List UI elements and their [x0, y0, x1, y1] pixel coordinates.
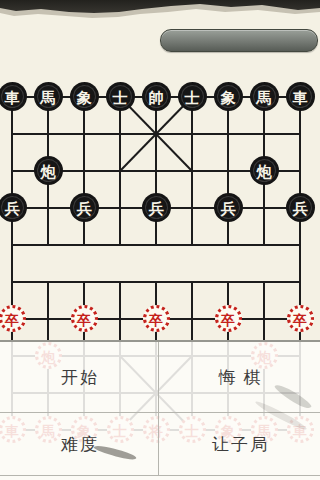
board-cell-3-0[interactable]: 兵: [0, 189, 30, 226]
red-piece-卒[interactable]: 卒: [71, 305, 98, 332]
black-piece-兵[interactable]: 兵: [286, 193, 315, 222]
board-cell-4-3[interactable]: [102, 226, 138, 263]
black-piece-象[interactable]: 象: [70, 82, 99, 111]
board-cell-5-6[interactable]: [210, 263, 246, 300]
board-cell-1-5[interactable]: [174, 115, 210, 152]
board-cell-5-2[interactable]: [66, 263, 102, 300]
piece-label: 馬: [257, 90, 272, 105]
start-button[interactable]: 开始: [0, 342, 158, 412]
piece-label: 象: [77, 90, 92, 105]
board-cell-3-3[interactable]: [102, 189, 138, 226]
board-cell-4-8[interactable]: [282, 226, 318, 263]
piece-label: 兵: [293, 201, 308, 216]
board-cell-2-3[interactable]: [102, 152, 138, 189]
board-cell-1-3[interactable]: [102, 115, 138, 152]
board-cell-0-8[interactable]: 車: [282, 78, 318, 115]
board-cell-1-0[interactable]: [0, 115, 30, 152]
piece-label: 卒: [5, 312, 19, 326]
board-cell-5-3[interactable]: [102, 263, 138, 300]
board-cell-4-0[interactable]: [0, 226, 30, 263]
board-cell-3-8[interactable]: 兵: [282, 189, 318, 226]
black-piece-炮[interactable]: 炮: [34, 156, 63, 185]
board-cell-1-7[interactable]: [246, 115, 282, 152]
board-cell-1-4[interactable]: [138, 115, 174, 152]
black-piece-兵[interactable]: 兵: [70, 193, 99, 222]
board-cell-0-2[interactable]: 象: [66, 78, 102, 115]
board-cell-2-5[interactable]: [174, 152, 210, 189]
board-cell-6-7[interactable]: [246, 300, 282, 337]
piece-label: 士: [113, 90, 128, 105]
black-piece-兵[interactable]: 兵: [214, 193, 243, 222]
board-cell-6-6[interactable]: 卒: [210, 300, 246, 337]
board-cell-0-4[interactable]: 帥: [138, 78, 174, 115]
piece-label: 卒: [77, 312, 91, 326]
board-cell-6-0[interactable]: 卒: [0, 300, 30, 337]
board-cell-2-6[interactable]: [210, 152, 246, 189]
board-cell-4-5[interactable]: [174, 226, 210, 263]
piece-label: 士: [185, 90, 200, 105]
start-button-label: 开始: [61, 366, 99, 389]
board-cell-3-4[interactable]: 兵: [138, 189, 174, 226]
piece-label: 象: [221, 90, 236, 105]
board-cell-5-8[interactable]: [282, 263, 318, 300]
black-piece-炮[interactable]: 炮: [250, 156, 279, 185]
handicap-game-button-label: 让子局: [212, 433, 269, 456]
difficulty-button[interactable]: 难度: [0, 413, 158, 475]
board-cell-2-7[interactable]: 炮: [246, 152, 282, 189]
board-cell-4-2[interactable]: [66, 226, 102, 263]
black-piece-兵[interactable]: 兵: [142, 193, 171, 222]
piece-label: 卒: [149, 312, 163, 326]
board-cell-6-2[interactable]: 卒: [66, 300, 102, 337]
board-cell-5-4[interactable]: [138, 263, 174, 300]
board-cell-5-5[interactable]: [174, 263, 210, 300]
piece-label: 炮: [257, 164, 272, 179]
red-piece-卒[interactable]: 卒: [287, 305, 314, 332]
board-cell-5-7[interactable]: [246, 263, 282, 300]
board-cell-6-1[interactable]: [30, 300, 66, 337]
board-cell-6-4[interactable]: 卒: [138, 300, 174, 337]
piece-label: 車: [293, 90, 308, 105]
difficulty-button-label: 难度: [61, 433, 99, 456]
board-cell-6-3[interactable]: [102, 300, 138, 337]
board-cell-6-5[interactable]: [174, 300, 210, 337]
board-cell-6-8[interactable]: 卒: [282, 300, 318, 337]
board-cell-0-0[interactable]: 車: [0, 78, 30, 115]
board-cell-4-6[interactable]: [210, 226, 246, 263]
board-cell-1-6[interactable]: [210, 115, 246, 152]
black-piece-馬[interactable]: 馬: [34, 82, 63, 111]
black-piece-帥[interactable]: 帥: [142, 82, 171, 111]
board-cell-0-6[interactable]: 象: [210, 78, 246, 115]
board-cell-3-6[interactable]: 兵: [210, 189, 246, 226]
piece-label: 兵: [149, 201, 164, 216]
board-cell-3-7[interactable]: [246, 189, 282, 226]
app-screen: 車馬象士帥士象馬車炮炮兵兵兵兵兵卒卒卒卒卒炮炮車馬象士将士象馬車 开始 悔棋 难…: [0, 0, 320, 480]
piece-label: 兵: [221, 201, 236, 216]
black-piece-士[interactable]: 士: [178, 82, 207, 111]
black-piece-車[interactable]: 車: [286, 82, 315, 111]
red-piece-卒[interactable]: 卒: [143, 305, 170, 332]
black-piece-象[interactable]: 象: [214, 82, 243, 111]
undo-move-button-label: 悔棋: [219, 366, 269, 389]
board-cell-1-1[interactable]: [30, 115, 66, 152]
piece-label: 兵: [5, 201, 20, 216]
piece-label: 車: [5, 90, 20, 105]
menu-bottom-divider: [0, 475, 320, 476]
black-piece-士[interactable]: 士: [106, 82, 135, 111]
board-cell-5-0[interactable]: [0, 263, 30, 300]
board-cell-5-1[interactable]: [30, 263, 66, 300]
black-piece-馬[interactable]: 馬: [250, 82, 279, 111]
board-cell-2-2[interactable]: [66, 152, 102, 189]
board-cell-4-7[interactable]: [246, 226, 282, 263]
board-cell-0-1[interactable]: 馬: [30, 78, 66, 115]
piece-label: 帥: [149, 90, 164, 105]
piece-label: 兵: [77, 201, 92, 216]
board-cell-2-4[interactable]: [138, 152, 174, 189]
board-cell-2-8[interactable]: [282, 152, 318, 189]
board-cell-2-0[interactable]: [0, 152, 30, 189]
board-cell-0-3[interactable]: 士: [102, 78, 138, 115]
piece-label: 炮: [41, 164, 56, 179]
red-piece-卒[interactable]: 卒: [215, 305, 242, 332]
board-cell-4-1[interactable]: [30, 226, 66, 263]
board-cell-3-2[interactable]: 兵: [66, 189, 102, 226]
piece-label: 卒: [293, 312, 307, 326]
red-piece-卒[interactable]: 卒: [0, 305, 26, 332]
black-piece-車[interactable]: 車: [0, 82, 27, 111]
board-cell-0-7[interactable]: 馬: [246, 78, 282, 115]
board-cell-1-2[interactable]: [66, 115, 102, 152]
board-cell-3-5[interactable]: [174, 189, 210, 226]
board-cell-4-4[interactable]: [138, 226, 174, 263]
status-pill-button[interactable]: [160, 29, 318, 52]
piece-label: 馬: [41, 90, 56, 105]
piece-label: 卒: [221, 312, 235, 326]
board-cell-1-8[interactable]: [282, 115, 318, 152]
board-cell-0-5[interactable]: 士: [174, 78, 210, 115]
board-cell-2-1[interactable]: 炮: [30, 152, 66, 189]
black-piece-兵[interactable]: 兵: [0, 193, 27, 222]
board-cell-3-1[interactable]: [30, 189, 66, 226]
